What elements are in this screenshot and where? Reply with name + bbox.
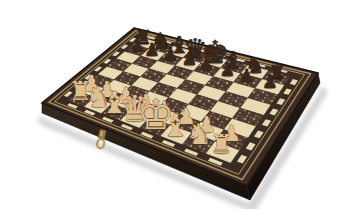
piece-white-rook-h1: ♜ [210, 129, 233, 159]
piece-black-pawn-f7: ♟ [219, 59, 235, 80]
chess-board: ♜♞♟♝♟♛♟♚♟♝♟♞♟♜♟♟♟♟♜♟♞♟♝♟♛♟♚♟♝♟♞♜ [0, 0, 360, 209]
piece-black-pawn-c7: ♟ [162, 43, 178, 64]
piece-black-pawn-d7: ♟ [181, 48, 197, 69]
piece-black-pawn-g7: ♟ [238, 65, 254, 86]
piece-black-pawn-b7: ♟ [144, 39, 160, 60]
piece-white-knight-g1: ♞ [186, 117, 212, 151]
piece-black-pawn-e7: ♟ [198, 53, 214, 74]
piece-white-bishop-f1: ♝ [162, 108, 190, 143]
chess-set-photo: ♜♞♟♝♟♛♟♚♟♝♟♞♟♜♟♟♟♟♜♟♞♟♝♟♛♟♚♟♝♟♞♜ [0, 0, 360, 209]
piece-black-pawn-h7: ♟ [262, 71, 278, 92]
